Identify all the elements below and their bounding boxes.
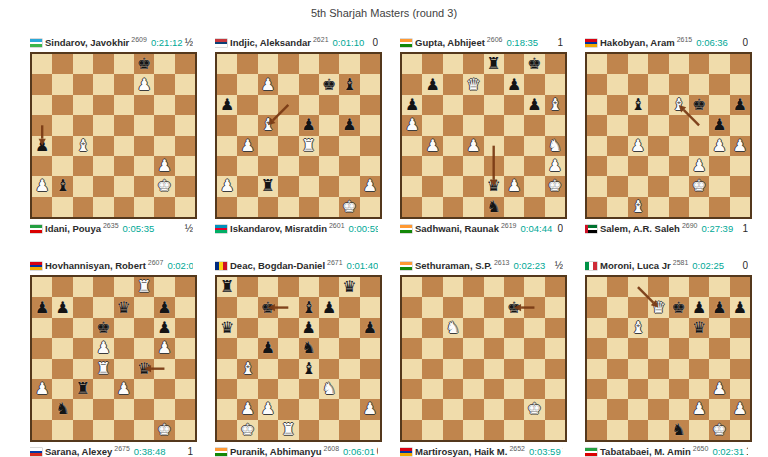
square-g4 xyxy=(709,359,729,379)
square-f3 xyxy=(134,379,154,399)
square-b3 xyxy=(422,379,442,399)
square-a6: ♛ xyxy=(217,318,237,338)
square-h7 xyxy=(730,74,750,94)
player-name: Gupta, Abhijeet xyxy=(415,37,485,48)
square-c2 xyxy=(628,399,648,419)
game-card-7[interactable]: Sethuraman, S.P.26130:02:23½♚♞♚Martirosy… xyxy=(400,259,563,457)
white-pawn: ♟ xyxy=(692,401,706,417)
square-g3 xyxy=(709,156,729,176)
game-card-1[interactable]: Sindarov, Javokhir26090:21:12½♚♟♟♝♟♟♝♚Id… xyxy=(30,36,193,235)
square-g8 xyxy=(709,277,729,297)
square-f6 xyxy=(504,95,524,115)
square-d3 xyxy=(463,379,483,399)
square-a3 xyxy=(587,156,607,176)
square-a7: ♟ xyxy=(32,297,52,317)
square-a1 xyxy=(32,420,52,440)
player-clock: 0:21:12 xyxy=(151,37,183,48)
square-c3 xyxy=(628,379,648,399)
game-card-6[interactable]: Deac, Bogdan-Daniel26710:01:401♜♛♚♝♟♛♟♟♟… xyxy=(215,259,378,457)
player-row-top[interactable]: Hovhannisyan, Robert26070:02:020 xyxy=(30,259,193,272)
square-h8 xyxy=(545,277,565,297)
square-g3 xyxy=(524,379,544,399)
player-name: Deac, Bogdan-Daniel xyxy=(230,260,325,271)
player-row-bottom[interactable]: Salem, A.R. Saleh26900:27:391 xyxy=(585,222,748,235)
player-row-top[interactable]: Deac, Bogdan-Daniel26710:01:401 xyxy=(215,259,378,272)
square-h2: ♟ xyxy=(360,399,380,419)
square-c2: ♟ xyxy=(258,399,278,419)
player-row-top[interactable]: Sethuraman, S.P.26130:02:23½ xyxy=(400,259,563,272)
square-g4 xyxy=(524,359,544,379)
square-h7 xyxy=(360,74,380,94)
square-a4 xyxy=(32,359,52,379)
white-pawn: ♟ xyxy=(96,340,110,356)
black-rook: ♜ xyxy=(261,178,275,194)
square-b4 xyxy=(52,359,72,379)
square-f6 xyxy=(504,318,524,338)
square-a2 xyxy=(402,399,422,419)
square-c5: ♝ xyxy=(258,115,278,135)
square-c8 xyxy=(443,54,463,74)
square-h4 xyxy=(175,359,195,379)
player-row-top[interactable]: Sindarov, Javokhir26090:21:12½ xyxy=(30,36,193,49)
square-f7 xyxy=(689,74,709,94)
square-d6 xyxy=(278,95,298,115)
square-d4 xyxy=(463,359,483,379)
square-f7: ♟ xyxy=(134,74,154,94)
square-h3 xyxy=(730,156,750,176)
chess-board-6[interactable]: ♜♛♚♝♟♛♟♟♟♞♝♝♞♟♟♟♚♜ xyxy=(215,275,382,442)
player-clock: 0:06:01 xyxy=(343,446,375,457)
white-rook: ♜ xyxy=(96,361,110,377)
square-c6: ♝ xyxy=(628,95,648,115)
square-e8 xyxy=(114,277,134,297)
player-row-bottom[interactable]: Iskandarov, Misratdin26010:00:591 xyxy=(215,222,378,235)
square-d4 xyxy=(648,359,668,379)
square-d7 xyxy=(278,297,298,317)
square-e5: ♟ xyxy=(299,115,319,135)
player-name: Hovhannisyan, Robert xyxy=(45,260,146,271)
square-g7 xyxy=(154,74,174,94)
square-h3 xyxy=(360,379,380,399)
square-d2 xyxy=(93,399,113,419)
square-c6: ♝ xyxy=(628,318,648,338)
player-rating: 2690 xyxy=(682,222,698,229)
square-h8 xyxy=(730,277,750,297)
square-a7 xyxy=(32,74,52,94)
square-a3: ♟ xyxy=(32,379,52,399)
white-knight: ♞ xyxy=(446,320,460,336)
square-g5: ♟ xyxy=(709,115,729,135)
square-h2 xyxy=(175,176,195,196)
square-e7: ♛ xyxy=(114,297,134,317)
square-b4 xyxy=(607,359,627,379)
square-e6 xyxy=(484,95,504,115)
square-a7 xyxy=(402,297,422,317)
serbia-flag-icon xyxy=(215,39,227,47)
square-b5 xyxy=(607,338,627,358)
square-e2 xyxy=(299,399,319,419)
square-e2: ♛ xyxy=(484,176,504,196)
player-row-bottom[interactable]: Martirosyan, Haik M.26520:03:59½ xyxy=(400,445,563,457)
square-h6 xyxy=(730,318,750,338)
square-b7 xyxy=(607,297,627,317)
player-result: 0 xyxy=(370,37,378,48)
player-clock: 0:01:40 xyxy=(347,260,378,271)
square-f6 xyxy=(134,318,154,338)
square-h6: ♟ xyxy=(730,95,750,115)
square-b6 xyxy=(52,318,72,338)
player-row-bottom[interactable]: Idani, Pouya26350:05:35½ xyxy=(30,222,193,235)
black-bishop: ♝ xyxy=(302,300,316,316)
white-pawn: ♟ xyxy=(712,138,726,154)
square-c2: ♜ xyxy=(258,176,278,196)
square-h7: ♟ xyxy=(730,297,750,317)
square-c1: ♝ xyxy=(628,197,648,217)
square-d6 xyxy=(463,318,483,338)
square-b7 xyxy=(52,74,72,94)
player-name: Sadhwani, Raunak xyxy=(415,223,499,234)
black-pawn: ♟ xyxy=(35,138,49,154)
square-h5 xyxy=(545,338,565,358)
square-f4: ♛ xyxy=(134,359,154,379)
player-result: 1 xyxy=(555,37,563,48)
square-h6 xyxy=(175,95,195,115)
square-c8 xyxy=(73,54,93,74)
square-d5 xyxy=(648,115,668,135)
game-card-3[interactable]: Gupta, Abhijeet26060:18:351♜♚♟♛♟♟♟♝♟♟♟♞♟… xyxy=(400,36,563,235)
square-g7 xyxy=(524,74,544,94)
square-d8 xyxy=(93,54,113,74)
square-h1 xyxy=(175,420,195,440)
square-e6 xyxy=(114,95,134,115)
white-bishop: ♝ xyxy=(240,361,254,377)
square-b4: ♟ xyxy=(422,136,442,156)
square-d8 xyxy=(93,277,113,297)
square-g8 xyxy=(154,54,174,74)
square-f5 xyxy=(504,115,524,135)
square-b1 xyxy=(607,197,627,217)
square-d2 xyxy=(278,176,298,196)
square-e7 xyxy=(484,74,504,94)
square-d3 xyxy=(278,156,298,176)
square-f4 xyxy=(504,136,524,156)
square-c4 xyxy=(443,136,463,156)
square-h4 xyxy=(360,136,380,156)
white-king: ♚ xyxy=(527,401,541,417)
square-d1 xyxy=(648,420,668,440)
square-b6 xyxy=(237,95,257,115)
square-d1 xyxy=(463,197,483,217)
square-f4 xyxy=(689,359,709,379)
square-c8 xyxy=(258,277,278,297)
square-h4: ♞ xyxy=(545,136,565,156)
square-e5 xyxy=(669,338,689,358)
square-d1 xyxy=(648,197,668,217)
square-e3 xyxy=(669,379,689,399)
square-g3: ♟ xyxy=(709,379,729,399)
black-pawn: ♟ xyxy=(322,300,336,316)
white-pawn: ♟ xyxy=(261,401,275,417)
square-d8 xyxy=(648,277,668,297)
square-d2 xyxy=(93,176,113,196)
white-king: ♚ xyxy=(240,422,254,438)
square-b8 xyxy=(52,54,72,74)
player-rating: 2609 xyxy=(131,36,147,43)
game-card-5[interactable]: Hovhannisyan, Robert26070:02:020♜♟♟♛♟♚♟♟… xyxy=(30,259,193,457)
player-result: ½ xyxy=(183,223,193,234)
square-a5 xyxy=(32,115,52,135)
square-f4 xyxy=(134,136,154,156)
chess-board-4[interactable]: ♝♝♚♟♟♟♟♟♟♚♝ xyxy=(585,52,752,219)
square-g6 xyxy=(524,318,544,338)
square-g8 xyxy=(709,54,729,74)
chess-board-1[interactable]: ♚♟♟♝♟♟♝♚ xyxy=(30,52,197,219)
square-g6 xyxy=(339,318,359,338)
square-e1 xyxy=(114,197,134,217)
square-b3 xyxy=(607,379,627,399)
white-king: ♚ xyxy=(548,178,562,194)
chess-board-5[interactable]: ♜♟♟♛♟♚♟♟♟♜♛♟♜♟♞♚ xyxy=(30,275,197,442)
square-e7 xyxy=(114,74,134,94)
square-e2 xyxy=(299,176,319,196)
square-f8 xyxy=(689,277,709,297)
player-row-top[interactable]: Moroni, Luca Jr25810:02:250 xyxy=(585,259,748,272)
square-d2 xyxy=(463,176,483,196)
white-pawn: ♟ xyxy=(220,178,234,194)
black-pawn: ♟ xyxy=(425,77,439,93)
square-f1 xyxy=(134,197,154,217)
square-c4 xyxy=(73,359,93,379)
armenia-flag-icon xyxy=(400,448,412,456)
square-c6 xyxy=(258,95,278,115)
square-g6 xyxy=(709,95,729,115)
black-bishop: ♝ xyxy=(342,77,356,93)
square-e6: ♝ xyxy=(669,95,689,115)
black-pawn: ♟ xyxy=(35,300,49,316)
square-h1 xyxy=(545,197,565,217)
player-clock: 0:02:02 xyxy=(167,260,193,271)
boards-grid: Sindarov, Javokhir26090:21:12½♚♟♟♝♟♟♝♚Id… xyxy=(30,36,768,457)
square-f8 xyxy=(504,54,524,74)
player-row-top[interactable]: Hakobyan, Aram26150:06:360 xyxy=(585,36,748,49)
player-row-bottom[interactable]: Sadhwani, Raunak26190:04:440 xyxy=(400,222,563,235)
square-c5 xyxy=(628,115,648,135)
square-e1 xyxy=(299,197,319,217)
square-e1 xyxy=(484,420,504,440)
square-g2 xyxy=(524,176,544,196)
white-bishop: ♝ xyxy=(261,117,275,133)
square-b6 xyxy=(607,318,627,338)
square-e1: ♞ xyxy=(484,197,504,217)
square-g8: ♛ xyxy=(339,277,359,297)
square-a3 xyxy=(32,156,52,176)
square-e7: ♝ xyxy=(299,297,319,317)
black-king: ♚ xyxy=(507,300,521,316)
square-e8 xyxy=(114,54,134,74)
square-a8 xyxy=(402,54,422,74)
page-title: 5th Sharjah Masters (round 3) xyxy=(0,0,768,19)
black-queen: ♛ xyxy=(487,178,501,194)
player-row-bottom[interactable]: Puranik, Abhimanyu26080:06:010 xyxy=(215,445,378,457)
square-f2 xyxy=(504,399,524,419)
square-e5: ♞ xyxy=(299,338,319,358)
square-b4 xyxy=(52,136,72,156)
player-result: 0 xyxy=(740,37,748,48)
chess-board-7[interactable]: ♚♞♚ xyxy=(400,275,567,442)
square-e4 xyxy=(114,136,134,156)
square-c1 xyxy=(258,197,278,217)
white-bishop: ♝ xyxy=(631,199,645,215)
player-row-top[interactable]: Indjic, Aleksandar26210:01:100 xyxy=(215,36,378,49)
square-f7: ♟ xyxy=(319,297,339,317)
game-card-4[interactable]: Hakobyan, Aram26150:06:360♝♝♚♟♟♟♟♟♟♚♝Sal… xyxy=(585,36,748,235)
player-clock: 0:01:10 xyxy=(333,37,365,48)
square-b2 xyxy=(422,399,442,419)
square-g7 xyxy=(524,297,544,317)
india-flag-icon xyxy=(400,39,412,47)
square-e6 xyxy=(484,318,504,338)
black-king: ♚ xyxy=(527,56,541,72)
square-c2 xyxy=(73,176,93,196)
square-h1 xyxy=(730,420,750,440)
square-f8 xyxy=(319,277,339,297)
player-row-top[interactable]: Gupta, Abhijeet26060:18:351 xyxy=(400,36,563,49)
black-king: ♚ xyxy=(322,77,336,93)
white-king: ♚ xyxy=(712,422,726,438)
square-c7 xyxy=(73,297,93,317)
square-f3 xyxy=(134,156,154,176)
black-pawn: ♟ xyxy=(157,320,171,336)
square-a3 xyxy=(217,156,237,176)
chess-board-2[interactable]: ♟♚♝♟♝♟♟♟♜♟♜♟♚ xyxy=(215,52,382,219)
square-b5 xyxy=(52,115,72,135)
game-card-2[interactable]: Indjic, Aleksandar26210:01:100♟♚♝♟♝♟♟♟♜♟… xyxy=(215,36,378,235)
white-pawn: ♟ xyxy=(425,138,439,154)
square-f2 xyxy=(134,176,154,196)
square-a4 xyxy=(587,359,607,379)
square-d6 xyxy=(93,95,113,115)
white-rook: ♜ xyxy=(137,279,151,295)
white-pawn: ♟ xyxy=(157,340,171,356)
player-row-bottom[interactable]: Sarana, Alexey26750:38:481 xyxy=(30,445,193,457)
square-g4 xyxy=(339,359,359,379)
square-d2 xyxy=(648,399,668,419)
square-f6 xyxy=(319,318,339,338)
square-e4 xyxy=(114,359,134,379)
square-d6 xyxy=(278,318,298,338)
square-d1: ♜ xyxy=(278,420,298,440)
square-e8 xyxy=(299,54,319,74)
square-h5 xyxy=(730,115,750,135)
square-d5 xyxy=(463,338,483,358)
square-h6 xyxy=(545,318,565,338)
square-f7 xyxy=(134,297,154,317)
square-e2 xyxy=(669,176,689,196)
player-row-bottom[interactable]: Tabatabaei, M. Amin26500:02:311 xyxy=(585,445,748,457)
square-b1: ♚ xyxy=(237,420,257,440)
black-bishop: ♝ xyxy=(55,178,69,194)
square-f5 xyxy=(134,338,154,358)
black-queen: ♛ xyxy=(137,361,151,377)
game-card-8[interactable]: Moroni, Luca Jr25810:02:250♛♚♟♟♟♝♛♟♟♟♞♚T… xyxy=(585,259,748,457)
square-h5 xyxy=(360,115,380,135)
square-b7 xyxy=(237,297,257,317)
white-pawn: ♟ xyxy=(363,178,377,194)
square-d1 xyxy=(93,197,113,217)
square-d4: ♜ xyxy=(93,359,113,379)
square-h6: ♝ xyxy=(545,95,565,115)
square-b1 xyxy=(52,197,72,217)
square-b7: ♟ xyxy=(52,297,72,317)
square-f5 xyxy=(689,115,709,135)
player-name: Salem, A.R. Saleh xyxy=(600,223,680,234)
square-d7: ♛ xyxy=(463,74,483,94)
square-h7 xyxy=(360,297,380,317)
square-b2 xyxy=(607,176,627,196)
square-g8 xyxy=(339,54,359,74)
square-g3 xyxy=(524,156,544,176)
square-a5 xyxy=(587,338,607,358)
white-pawn: ♟ xyxy=(631,138,645,154)
player-rating: 2615 xyxy=(677,36,693,43)
square-b8 xyxy=(237,54,257,74)
square-d4: ♟ xyxy=(463,136,483,156)
square-d5 xyxy=(278,115,298,135)
white-bishop: ♝ xyxy=(548,97,562,113)
chess-board-3[interactable]: ♜♚♟♛♟♟♟♝♟♟♟♞♟♛♟♚♞ xyxy=(400,52,567,219)
square-b7 xyxy=(422,297,442,317)
chess-board-8[interactable]: ♛♚♟♟♟♝♛♟♟♟♞♚ xyxy=(585,275,752,442)
square-b8 xyxy=(607,54,627,74)
square-c4: ♝ xyxy=(73,136,93,156)
black-pawn: ♟ xyxy=(55,300,69,316)
square-g1: ♚ xyxy=(709,420,729,440)
square-f1 xyxy=(134,420,154,440)
black-pawn: ♟ xyxy=(261,340,275,356)
square-c8 xyxy=(628,277,648,297)
square-d6: ♚ xyxy=(93,318,113,338)
square-h6 xyxy=(175,318,195,338)
square-a3 xyxy=(402,379,422,399)
white-bishop: ♝ xyxy=(631,320,645,336)
white-king: ♚ xyxy=(692,178,706,194)
square-c5: ♟ xyxy=(258,338,278,358)
square-e4 xyxy=(669,136,689,156)
square-d3 xyxy=(278,379,298,399)
white-bishop: ♝ xyxy=(672,97,686,113)
square-c5 xyxy=(628,338,648,358)
square-b3 xyxy=(422,156,442,176)
square-a1 xyxy=(217,197,237,217)
player-rating: 2601 xyxy=(329,222,345,229)
square-h2 xyxy=(545,399,565,419)
white-pawn: ♟ xyxy=(157,158,171,174)
player-rating: 2652 xyxy=(509,445,525,452)
black-rook: ♜ xyxy=(76,381,90,397)
square-b4: ♝ xyxy=(237,359,257,379)
square-f2: ♟ xyxy=(504,176,524,196)
black-pawn: ♟ xyxy=(302,117,316,133)
square-c6 xyxy=(443,95,463,115)
player-result: 1 xyxy=(740,223,748,234)
square-c6: ♞ xyxy=(443,318,463,338)
square-h8 xyxy=(545,54,565,74)
square-f2 xyxy=(134,399,154,419)
square-d7 xyxy=(648,74,668,94)
square-f1 xyxy=(504,197,524,217)
black-pawn: ♟ xyxy=(157,300,171,316)
square-e4 xyxy=(669,359,689,379)
